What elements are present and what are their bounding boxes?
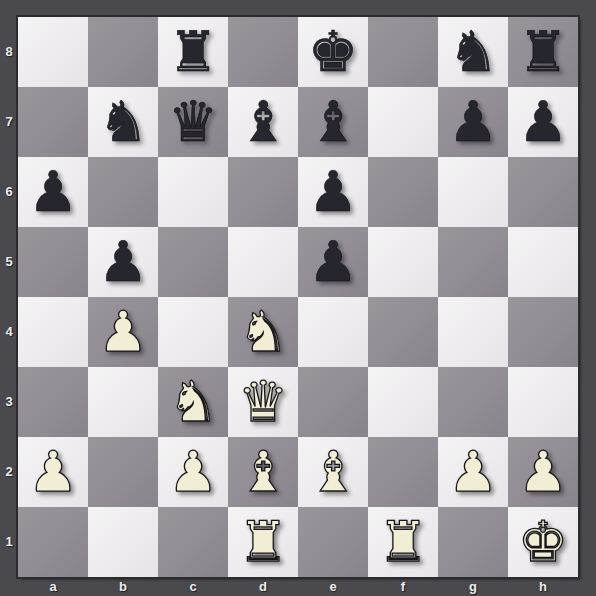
square-c4[interactable] xyxy=(158,297,228,367)
piece-white-pawn[interactable]: ♟ xyxy=(448,437,498,507)
square-d2[interactable]: ♝ xyxy=(228,437,298,507)
square-e5[interactable]: ♟ xyxy=(298,227,368,297)
piece-white-queen[interactable]: ♛ xyxy=(238,367,288,437)
square-b6[interactable] xyxy=(88,157,158,227)
square-c8[interactable]: ♜ xyxy=(158,17,228,87)
square-a1[interactable] xyxy=(18,507,88,577)
piece-black-pawn[interactable]: ♟ xyxy=(518,87,568,157)
square-a6[interactable]: ♟ xyxy=(18,157,88,227)
file-label-e: e xyxy=(298,577,368,596)
square-d8[interactable] xyxy=(228,17,298,87)
square-a3[interactable] xyxy=(18,367,88,437)
piece-black-bishop[interactable]: ♝ xyxy=(238,87,288,157)
rank-label-3: 3 xyxy=(0,367,18,437)
rank-label-2: 2 xyxy=(0,437,18,507)
square-h7[interactable]: ♟ xyxy=(508,87,578,157)
rank-label-7: 7 xyxy=(0,87,18,157)
square-c6[interactable] xyxy=(158,157,228,227)
square-h4[interactable] xyxy=(508,297,578,367)
square-c2[interactable]: ♟ xyxy=(158,437,228,507)
square-e3[interactable] xyxy=(298,367,368,437)
piece-white-knight[interactable]: ♞ xyxy=(238,297,288,367)
square-h5[interactable] xyxy=(508,227,578,297)
square-c3[interactable]: ♞ xyxy=(158,367,228,437)
piece-white-king[interactable]: ♚ xyxy=(518,507,568,577)
piece-black-knight[interactable]: ♞ xyxy=(98,87,148,157)
square-e6[interactable]: ♟ xyxy=(298,157,368,227)
square-f8[interactable] xyxy=(368,17,438,87)
square-e4[interactable] xyxy=(298,297,368,367)
square-g4[interactable] xyxy=(438,297,508,367)
square-a2[interactable]: ♟ xyxy=(18,437,88,507)
chess-board: ♜♚♞♜♞♛♝♝♟♟♟♟♟♟♟♞♞♛♟♟♝♝♟♟♜♜♚ xyxy=(18,17,578,577)
file-label-f: f xyxy=(368,577,438,596)
file-label-h: h xyxy=(508,577,578,596)
square-f7[interactable] xyxy=(368,87,438,157)
square-a5[interactable] xyxy=(18,227,88,297)
square-e8[interactable]: ♚ xyxy=(298,17,368,87)
piece-black-pawn[interactable]: ♟ xyxy=(308,157,358,227)
square-g3[interactable] xyxy=(438,367,508,437)
square-g8[interactable]: ♞ xyxy=(438,17,508,87)
piece-white-rook[interactable]: ♜ xyxy=(238,507,288,577)
piece-black-bishop[interactable]: ♝ xyxy=(308,87,358,157)
piece-white-pawn[interactable]: ♟ xyxy=(98,297,148,367)
rank-label-1: 1 xyxy=(0,507,18,577)
rank-label-6: 6 xyxy=(0,157,18,227)
square-d6[interactable] xyxy=(228,157,298,227)
piece-white-rook[interactable]: ♜ xyxy=(378,507,428,577)
square-h6[interactable] xyxy=(508,157,578,227)
piece-black-queen[interactable]: ♛ xyxy=(168,87,218,157)
square-f4[interactable] xyxy=(368,297,438,367)
square-g6[interactable] xyxy=(438,157,508,227)
piece-black-rook[interactable]: ♜ xyxy=(168,17,218,87)
square-a4[interactable] xyxy=(18,297,88,367)
square-b3[interactable] xyxy=(88,367,158,437)
square-f5[interactable] xyxy=(368,227,438,297)
square-g2[interactable]: ♟ xyxy=(438,437,508,507)
square-h3[interactable] xyxy=(508,367,578,437)
square-b5[interactable]: ♟ xyxy=(88,227,158,297)
file-label-d: d xyxy=(228,577,298,596)
square-c7[interactable]: ♛ xyxy=(158,87,228,157)
piece-black-pawn[interactable]: ♟ xyxy=(308,227,358,297)
piece-white-bishop[interactable]: ♝ xyxy=(308,437,358,507)
square-g5[interactable] xyxy=(438,227,508,297)
piece-white-bishop[interactable]: ♝ xyxy=(238,437,288,507)
piece-white-pawn[interactable]: ♟ xyxy=(28,437,78,507)
piece-white-knight[interactable]: ♞ xyxy=(168,367,218,437)
piece-black-king[interactable]: ♚ xyxy=(308,17,358,87)
piece-black-pawn[interactable]: ♟ xyxy=(98,227,148,297)
rank-label-4: 4 xyxy=(0,297,18,367)
square-f1[interactable]: ♜ xyxy=(368,507,438,577)
square-c1[interactable] xyxy=(158,507,228,577)
square-a7[interactable] xyxy=(18,87,88,157)
square-d5[interactable] xyxy=(228,227,298,297)
square-b8[interactable] xyxy=(88,17,158,87)
square-b1[interactable] xyxy=(88,507,158,577)
square-a8[interactable] xyxy=(18,17,88,87)
chess-board-frame: ♜♚♞♜♞♛♝♝♟♟♟♟♟♟♟♞♞♛♟♟♝♝♟♟♜♜♚ 87654321 abc… xyxy=(0,0,596,596)
piece-black-knight[interactable]: ♞ xyxy=(448,17,498,87)
piece-black-pawn[interactable]: ♟ xyxy=(448,87,498,157)
square-g1[interactable] xyxy=(438,507,508,577)
square-h1[interactable]: ♚ xyxy=(508,507,578,577)
piece-white-pawn[interactable]: ♟ xyxy=(518,437,568,507)
file-label-c: c xyxy=(158,577,228,596)
square-f3[interactable] xyxy=(368,367,438,437)
piece-black-rook[interactable]: ♜ xyxy=(518,17,568,87)
square-d4[interactable]: ♞ xyxy=(228,297,298,367)
square-d7[interactable]: ♝ xyxy=(228,87,298,157)
square-b2[interactable] xyxy=(88,437,158,507)
square-g7[interactable]: ♟ xyxy=(438,87,508,157)
piece-black-pawn[interactable]: ♟ xyxy=(28,157,78,227)
piece-white-pawn[interactable]: ♟ xyxy=(168,437,218,507)
square-h2[interactable]: ♟ xyxy=(508,437,578,507)
rank-label-8: 8 xyxy=(0,17,18,87)
square-h8[interactable]: ♜ xyxy=(508,17,578,87)
square-f2[interactable] xyxy=(368,437,438,507)
square-b7[interactable]: ♞ xyxy=(88,87,158,157)
square-f6[interactable] xyxy=(368,157,438,227)
square-d1[interactable]: ♜ xyxy=(228,507,298,577)
file-label-a: a xyxy=(18,577,88,596)
square-b4[interactable]: ♟ xyxy=(88,297,158,367)
square-d3[interactable]: ♛ xyxy=(228,367,298,437)
file-label-b: b xyxy=(88,577,158,596)
file-label-g: g xyxy=(438,577,508,596)
square-e7[interactable]: ♝ xyxy=(298,87,368,157)
square-e1[interactable] xyxy=(298,507,368,577)
rank-label-5: 5 xyxy=(0,227,18,297)
square-c5[interactable] xyxy=(158,227,228,297)
square-e2[interactable]: ♝ xyxy=(298,437,368,507)
